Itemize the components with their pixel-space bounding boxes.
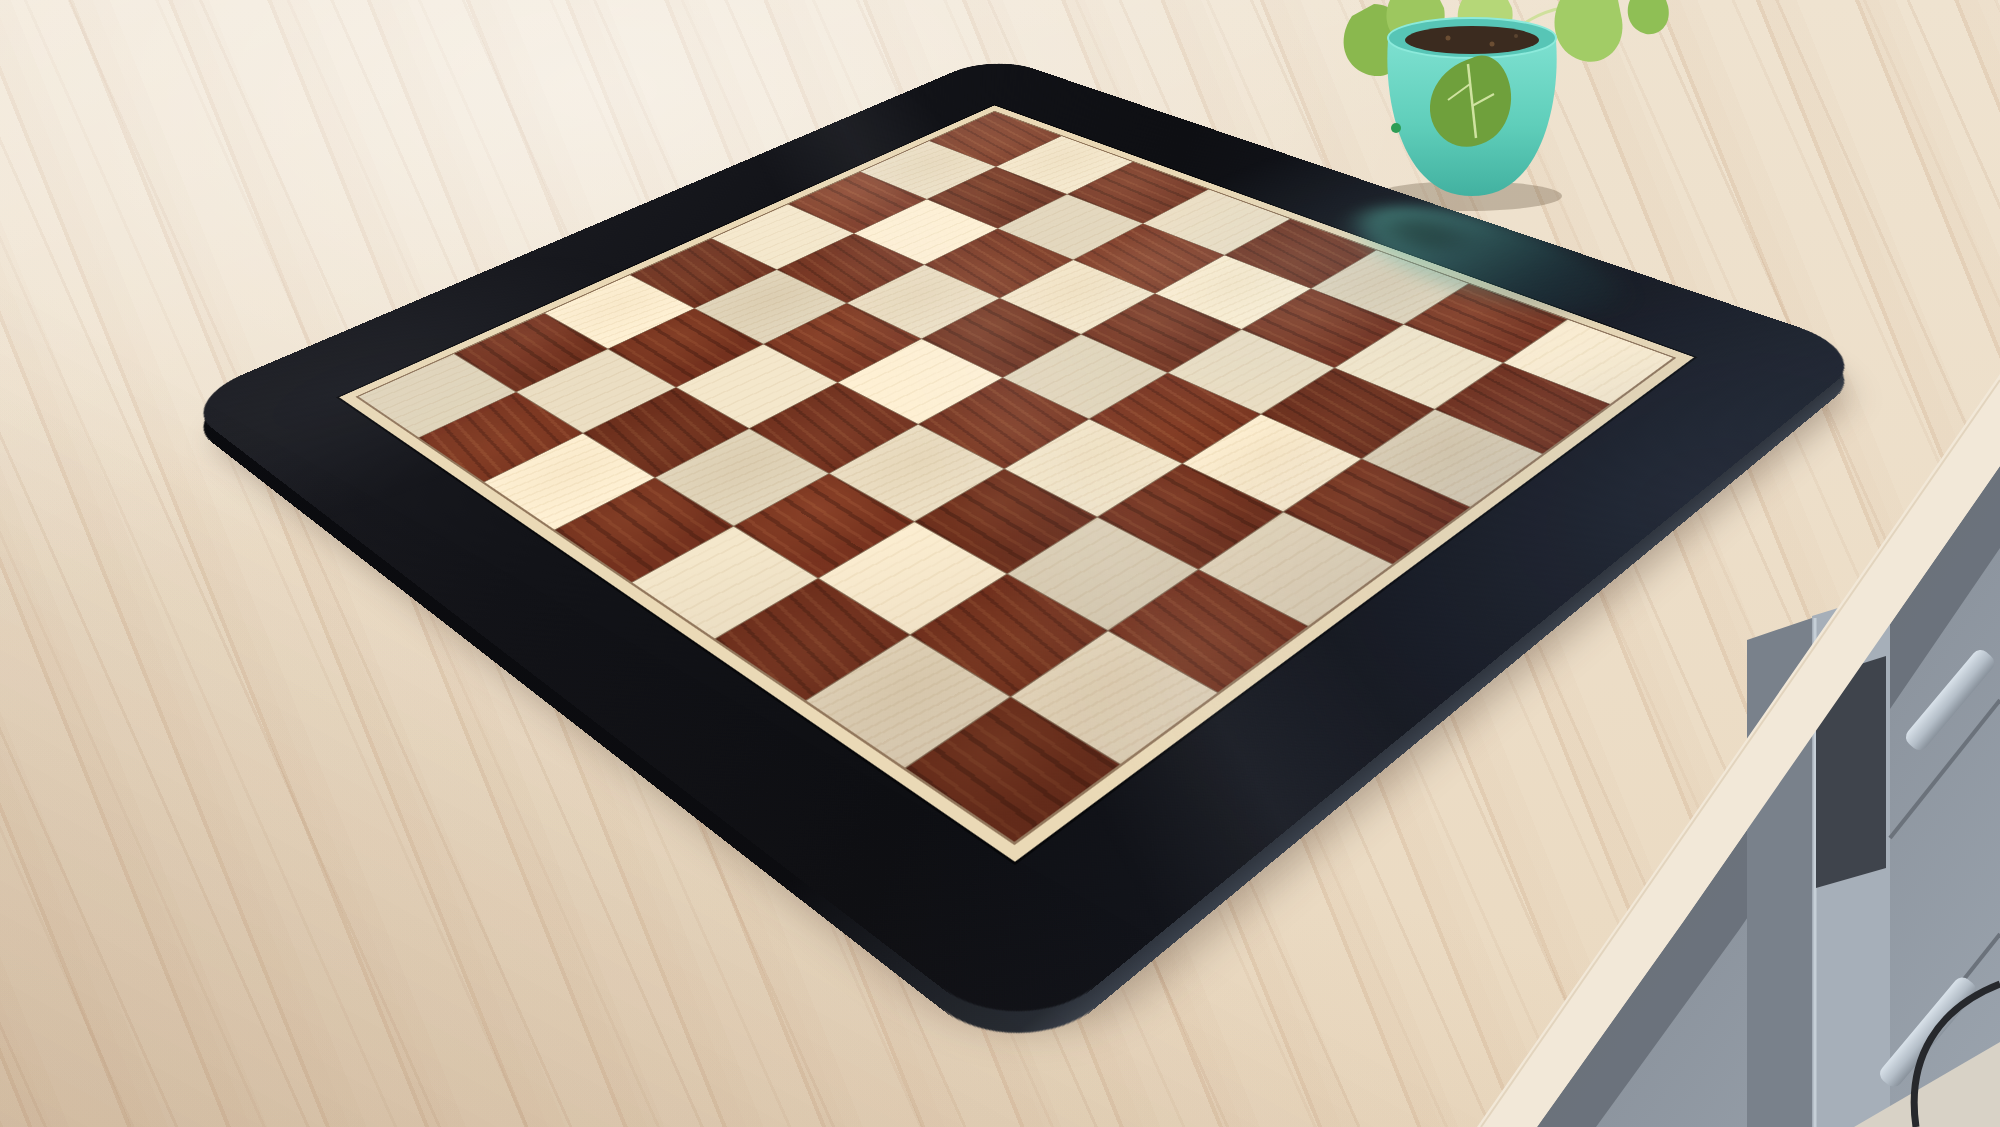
pot-sticker xyxy=(1391,123,1401,133)
soil-speck xyxy=(1514,34,1518,38)
soil-speck xyxy=(1446,36,1451,41)
scene xyxy=(0,0,2000,1127)
plant-leaf xyxy=(1628,0,1669,34)
plant-leaf xyxy=(1554,0,1622,62)
soil xyxy=(1405,26,1539,54)
soil-speck xyxy=(1490,42,1495,47)
